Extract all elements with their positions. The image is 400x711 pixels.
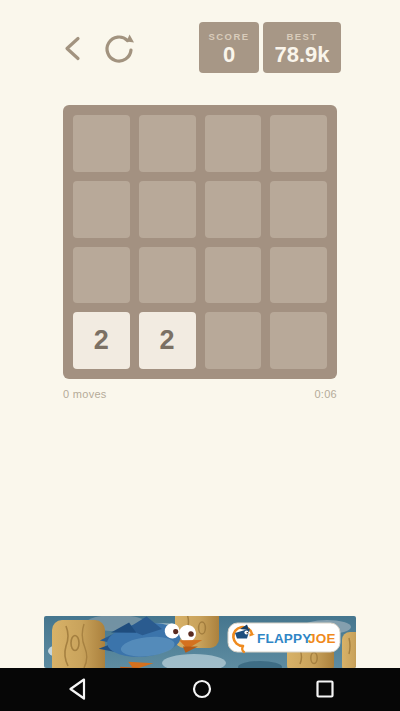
empty-cell <box>205 181 262 238</box>
score-box: SCORE 0 <box>199 22 259 73</box>
empty-cell <box>73 115 130 172</box>
ad-banner[interactable]: FLAPPY JOE <box>44 616 356 668</box>
restart-icon <box>101 31 137 67</box>
nav-home-button[interactable] <box>190 676 214 702</box>
nav-back-icon <box>66 676 90 702</box>
empty-cell <box>73 247 130 304</box>
empty-cell <box>139 115 196 172</box>
restart-button[interactable] <box>101 31 137 67</box>
empty-cell <box>205 115 262 172</box>
app-screen: SCORE 0 BEST 78.9k 22 0 moves 0:06 <box>0 0 400 711</box>
meta-row: 0 moves 0:06 <box>63 388 337 400</box>
back-chevron-icon <box>61 35 85 63</box>
nav-home-icon <box>190 676 214 702</box>
ad-banner-art: FLAPPY JOE <box>44 616 356 668</box>
empty-cell <box>139 181 196 238</box>
empty-cell <box>270 115 327 172</box>
best-box: BEST 78.9k <box>263 22 341 73</box>
empty-cell <box>205 312 262 369</box>
score-label: SCORE <box>199 31 259 42</box>
empty-cell <box>270 312 327 369</box>
pipe-far-right <box>342 632 356 668</box>
tile-2: 2 <box>73 312 130 369</box>
empty-cell <box>270 247 327 304</box>
empty-cell <box>205 247 262 304</box>
empty-cell <box>73 181 130 238</box>
score-value: 0 <box>199 43 259 66</box>
best-value: 78.9k <box>263 43 341 66</box>
empty-cell <box>270 181 327 238</box>
android-navbar <box>0 668 400 711</box>
back-button[interactable] <box>61 35 85 63</box>
nav-recents-button[interactable] <box>313 676 337 702</box>
best-label: BEST <box>263 31 341 42</box>
nav-recents-icon <box>313 676 337 702</box>
board[interactable]: 22 <box>63 105 337 379</box>
tile-2: 2 <box>139 312 196 369</box>
pipe-left <box>52 620 105 668</box>
ad-brand-first: FLAPPY <box>257 631 311 646</box>
empty-cell <box>139 247 196 304</box>
game-timer: 0:06 <box>314 388 337 400</box>
nav-back-button[interactable] <box>66 676 90 702</box>
moves-counter: 0 moves <box>63 388 107 400</box>
ad-brand-badge: FLAPPY JOE <box>228 623 340 652</box>
ad-brand-second: JOE <box>308 631 336 646</box>
